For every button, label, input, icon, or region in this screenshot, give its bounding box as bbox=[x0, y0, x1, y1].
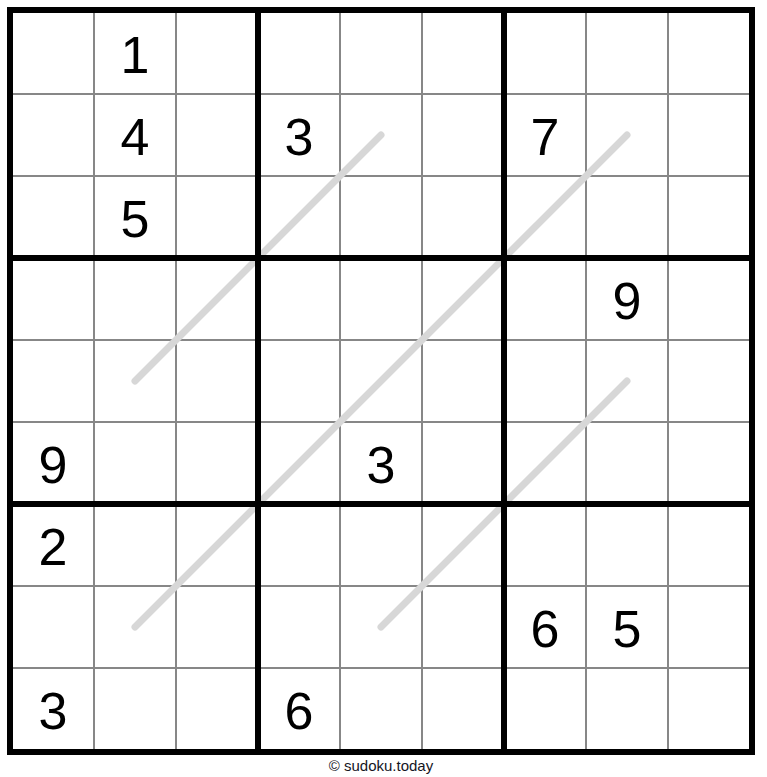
given-digit: 9 bbox=[613, 275, 642, 327]
cell-r3c3[interactable] bbox=[177, 177, 257, 257]
cell-r6c9[interactable] bbox=[669, 423, 749, 503]
cell-r3c5[interactable] bbox=[341, 177, 421, 257]
cell-r9c6[interactable] bbox=[423, 669, 503, 749]
cell-r8c2[interactable] bbox=[95, 587, 175, 667]
cell-r4c6[interactable] bbox=[423, 259, 503, 339]
cell-r2c4[interactable]: 3 bbox=[259, 95, 339, 175]
box-separator-vertical-2 bbox=[501, 13, 507, 749]
cell-r1c9[interactable] bbox=[669, 13, 749, 93]
cell-r4c5[interactable] bbox=[341, 259, 421, 339]
cell-r2c3[interactable] bbox=[177, 95, 257, 175]
cell-r8c5[interactable] bbox=[341, 587, 421, 667]
sudoku-grid: 1437599326536 bbox=[13, 13, 749, 749]
cell-r1c5[interactable] bbox=[341, 13, 421, 93]
cell-r8c6[interactable] bbox=[423, 587, 503, 667]
box-separator-vertical-1 bbox=[255, 13, 261, 749]
cell-r2c2[interactable]: 4 bbox=[95, 95, 175, 175]
cell-r7c4[interactable] bbox=[259, 505, 339, 585]
cell-r9c3[interactable] bbox=[177, 669, 257, 749]
cell-r1c8[interactable] bbox=[587, 13, 667, 93]
cell-r6c1[interactable]: 9 bbox=[13, 423, 93, 503]
cell-r3c1[interactable] bbox=[13, 177, 93, 257]
cell-r4c8[interactable]: 9 bbox=[587, 259, 667, 339]
cell-r4c7[interactable] bbox=[505, 259, 585, 339]
cell-r2c5[interactable] bbox=[341, 95, 421, 175]
given-digit: 2 bbox=[39, 521, 68, 573]
cell-r6c6[interactable] bbox=[423, 423, 503, 503]
cell-r9c5[interactable] bbox=[341, 669, 421, 749]
cell-r3c8[interactable] bbox=[587, 177, 667, 257]
cell-r6c2[interactable] bbox=[95, 423, 175, 503]
cell-r1c3[interactable] bbox=[177, 13, 257, 93]
given-digit: 7 bbox=[531, 111, 560, 163]
given-digit: 3 bbox=[39, 685, 68, 737]
cell-r8c3[interactable] bbox=[177, 587, 257, 667]
copyright-credit: © sudoku.today bbox=[329, 757, 433, 774]
cell-r3c4[interactable] bbox=[259, 177, 339, 257]
cell-r5c9[interactable] bbox=[669, 341, 749, 421]
cell-r2c9[interactable] bbox=[669, 95, 749, 175]
cell-r4c9[interactable] bbox=[669, 259, 749, 339]
cell-r8c9[interactable] bbox=[669, 587, 749, 667]
box-separator-horizontal-2 bbox=[13, 501, 749, 507]
given-digit: 6 bbox=[285, 685, 314, 737]
sudoku-board: 1437599326536 bbox=[7, 7, 755, 755]
cell-r8c1[interactable] bbox=[13, 587, 93, 667]
footer: © sudoku.today bbox=[7, 755, 755, 777]
cell-r1c2[interactable]: 1 bbox=[95, 13, 175, 93]
cell-r4c3[interactable] bbox=[177, 259, 257, 339]
cell-r5c1[interactable] bbox=[13, 341, 93, 421]
cell-r5c4[interactable] bbox=[259, 341, 339, 421]
cell-r5c7[interactable] bbox=[505, 341, 585, 421]
cell-r9c2[interactable] bbox=[95, 669, 175, 749]
cell-r1c7[interactable] bbox=[505, 13, 585, 93]
cell-r7c8[interactable] bbox=[587, 505, 667, 585]
cell-r5c3[interactable] bbox=[177, 341, 257, 421]
cell-r7c3[interactable] bbox=[177, 505, 257, 585]
cell-r5c5[interactable] bbox=[341, 341, 421, 421]
cell-r3c7[interactable] bbox=[505, 177, 585, 257]
cell-r6c7[interactable] bbox=[505, 423, 585, 503]
given-digit: 3 bbox=[367, 439, 396, 491]
cell-r1c6[interactable] bbox=[423, 13, 503, 93]
box-separator-horizontal-1 bbox=[13, 255, 749, 261]
cell-r3c9[interactable] bbox=[669, 177, 749, 257]
cell-r6c5[interactable]: 3 bbox=[341, 423, 421, 503]
cell-r2c7[interactable]: 7 bbox=[505, 95, 585, 175]
cell-r3c2[interactable]: 5 bbox=[95, 177, 175, 257]
cell-r9c7[interactable] bbox=[505, 669, 585, 749]
cell-r8c8[interactable]: 5 bbox=[587, 587, 667, 667]
cell-r4c4[interactable] bbox=[259, 259, 339, 339]
cell-r5c6[interactable] bbox=[423, 341, 503, 421]
cell-r6c8[interactable] bbox=[587, 423, 667, 503]
cell-r6c3[interactable] bbox=[177, 423, 257, 503]
cell-r1c1[interactable] bbox=[13, 13, 93, 93]
cell-r5c2[interactable] bbox=[95, 341, 175, 421]
cell-r7c5[interactable] bbox=[341, 505, 421, 585]
given-digit: 3 bbox=[285, 111, 314, 163]
cell-r9c1[interactable]: 3 bbox=[13, 669, 93, 749]
given-digit: 4 bbox=[121, 111, 150, 163]
cell-r7c6[interactable] bbox=[423, 505, 503, 585]
cell-r7c7[interactable] bbox=[505, 505, 585, 585]
cell-r7c2[interactable] bbox=[95, 505, 175, 585]
given-digit: 5 bbox=[121, 193, 150, 245]
cell-r5c8[interactable] bbox=[587, 341, 667, 421]
cell-r9c9[interactable] bbox=[669, 669, 749, 749]
cell-r4c1[interactable] bbox=[13, 259, 93, 339]
cell-r2c1[interactable] bbox=[13, 95, 93, 175]
cell-r3c6[interactable] bbox=[423, 177, 503, 257]
cell-r2c8[interactable] bbox=[587, 95, 667, 175]
given-digit: 9 bbox=[39, 439, 68, 491]
given-digit: 1 bbox=[121, 29, 150, 81]
cell-r1c4[interactable] bbox=[259, 13, 339, 93]
cell-r4c2[interactable] bbox=[95, 259, 175, 339]
cell-r9c8[interactable] bbox=[587, 669, 667, 749]
cell-r8c4[interactable] bbox=[259, 587, 339, 667]
cell-r9c4[interactable]: 6 bbox=[259, 669, 339, 749]
given-digit: 5 bbox=[613, 603, 642, 655]
cell-r6c4[interactable] bbox=[259, 423, 339, 503]
cell-r7c1[interactable]: 2 bbox=[13, 505, 93, 585]
cell-r8c7[interactable]: 6 bbox=[505, 587, 585, 667]
given-digit: 6 bbox=[531, 603, 560, 655]
cell-r7c9[interactable] bbox=[669, 505, 749, 585]
puzzle-page: 1437599326536 © sudoku.today bbox=[0, 0, 767, 777]
cell-r2c6[interactable] bbox=[423, 95, 503, 175]
